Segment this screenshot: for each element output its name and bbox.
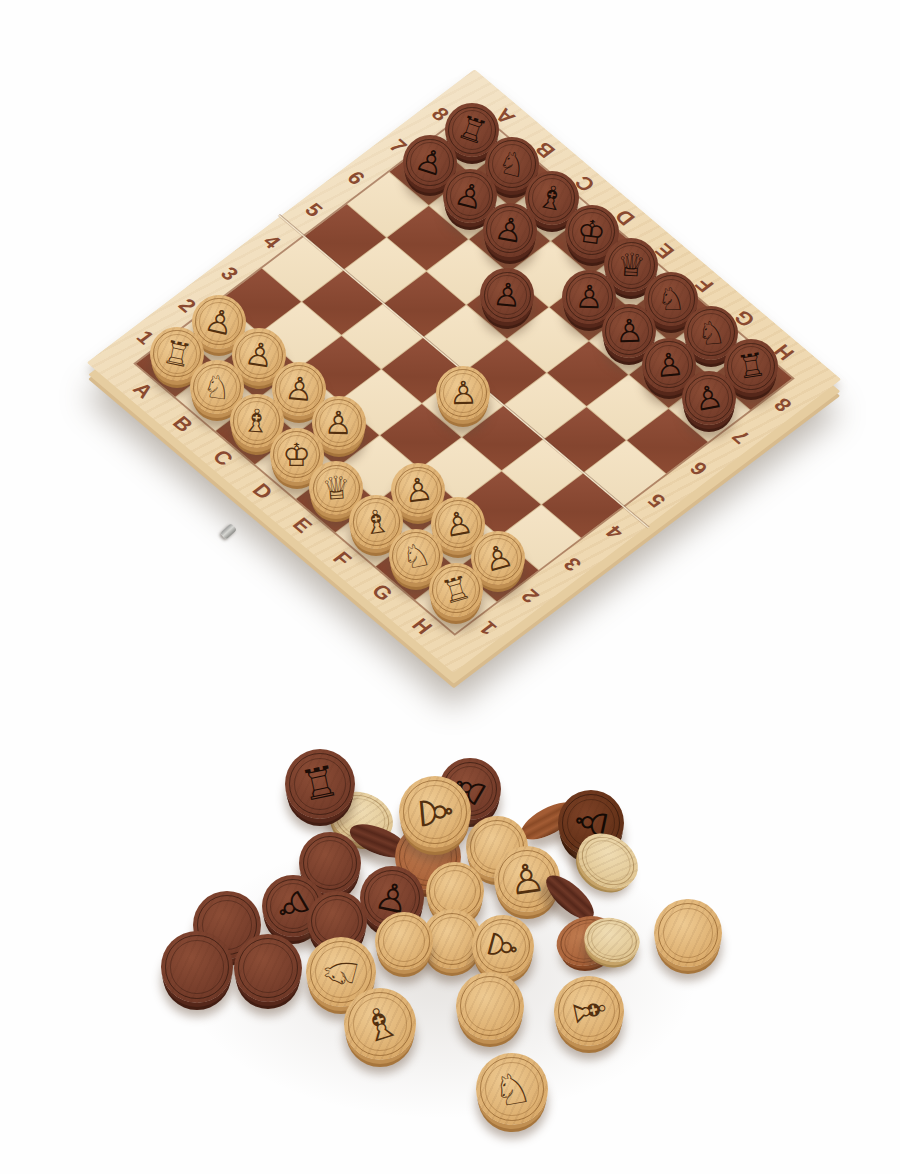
engraving-piece-wK-d1: ♔ — [282, 439, 311, 471]
engraving-piece-bN-g8: ♘ — [695, 315, 726, 349]
pile-disc-n-30: ♘ — [476, 1053, 548, 1125]
piece-wR-h1: ♖ — [429, 563, 483, 617]
engraving-piece-bP-a7: ♙ — [411, 143, 448, 182]
pile-disc-b-28: ♗ — [344, 988, 416, 1060]
engraving-piece-bQ-e8: ♕ — [616, 249, 646, 282]
piece-bP-c7: ♙ — [483, 203, 537, 257]
rank-label-right-4: 4 — [602, 522, 628, 542]
rank-label-right-8: 8 — [770, 394, 796, 414]
engraving-piece-wB-c1: ♗ — [241, 404, 272, 438]
engraving-piece-wR-h1: ♖ — [438, 570, 474, 609]
engraving-piece-bP-f7: ♙ — [614, 314, 644, 347]
pile-disc-blank-24 — [161, 931, 233, 1003]
product-photo-chess-set: 1122334455667788AABBCCDDEEFFGGHH ♖♘♗♔♕♗♘… — [0, 0, 900, 1174]
file-label-bottom-E: E — [289, 514, 316, 536]
engraving-piece-bR-a8: ♖ — [453, 111, 491, 151]
rank-label-right-3: 3 — [559, 554, 585, 574]
rank-label-right-7: 7 — [728, 426, 754, 446]
rank-label-left-5: 5 — [301, 200, 327, 220]
rank-label-right-5: 5 — [644, 490, 670, 510]
file-label-bottom-A: A — [129, 379, 157, 401]
rank-label-right-2: 2 — [517, 586, 543, 606]
engraving-piece-wP-d2: ♙ — [324, 407, 353, 439]
engraving-pile-disc-b-29: ♗ — [565, 988, 614, 1034]
engraving-piece-bR-h8: ♖ — [734, 348, 767, 384]
file-label-bottom-D: D — [249, 480, 277, 502]
file-label-bottom-H: H — [408, 615, 436, 637]
engraving-piece-wP-e4: ♙ — [448, 377, 477, 409]
engraving-piece-bP-h7: ♙ — [692, 380, 726, 416]
engraving-piece-bB-c8: ♗ — [535, 179, 569, 216]
file-label-bottom-G: G — [368, 581, 397, 604]
engraving-piece-bK-d8: ♔ — [575, 214, 607, 249]
pile-disc-blank-25 — [234, 934, 302, 1002]
engraving-pile-disc-p-12: ♙ — [506, 857, 547, 902]
engraving-piece-wP-h2: ♙ — [480, 539, 516, 577]
piece-wP-e4: ♙ — [436, 366, 490, 420]
engraving-pile-disc-p-22: ♙ — [481, 925, 525, 967]
engraving-piece-wP-b2: ♙ — [242, 337, 275, 373]
engraving-piece-wQ-e1: ♕ — [321, 471, 352, 505]
engraving-piece-wP-f2: ♙ — [402, 473, 434, 508]
rank-label-left-3: 3 — [217, 264, 243, 284]
engraving-piece-bP-b7: ♙ — [452, 177, 488, 215]
engraving-piece-wN-b1: ♘ — [200, 369, 233, 405]
file-label-bottom-B: B — [169, 413, 197, 435]
piece-bP-h7: ♙ — [682, 371, 736, 425]
rank-label-left-4: 4 — [259, 232, 285, 252]
engraving-piece-bN-b8: ♘ — [494, 145, 530, 183]
engraving-piece-wP-c2: ♙ — [283, 372, 314, 406]
engraving-piece-wP-g2: ♙ — [441, 506, 475, 543]
engraving-piece-bP-c7: ♙ — [493, 211, 527, 247]
pile-disc-r-2: ♖ — [285, 749, 355, 819]
engraving-piece-wP-a2: ♙ — [202, 303, 237, 341]
engraving-pile-disc-b-28: ♗ — [355, 998, 405, 1051]
rank-label-left-6: 6 — [343, 168, 369, 188]
engraving-piece-wB-f1: ♗ — [360, 504, 393, 540]
pile-disc-p-10: ♙ — [399, 776, 471, 848]
engraving-piece-wN-g1: ♘ — [399, 537, 434, 574]
rank-label-right-1: 1 — [475, 618, 501, 638]
engraving-piece-bN-f8: ♘ — [657, 283, 686, 315]
engraving-pile-disc-p-10: ♙ — [412, 791, 458, 833]
pile-disc-blank-27 — [456, 972, 524, 1040]
engraving-pile-disc-n-26: ♘ — [316, 948, 366, 995]
engraving-piece-wR-a1: ♖ — [160, 335, 195, 372]
pile-disc-blank-21 — [375, 912, 433, 970]
engraving-piece-bP-e7: ♙ — [574, 281, 604, 314]
pile-disc-b-29: ♗ — [554, 976, 624, 1046]
pile-disc-p-22: ♙ — [472, 915, 534, 977]
rank-label-right-6: 6 — [686, 458, 712, 478]
hinge-pin — [220, 523, 237, 540]
engraving-piece-bP-d6: ♙ — [492, 278, 523, 312]
engraving-piece-bP-g7: ♙ — [653, 347, 685, 382]
file-label-bottom-C: C — [209, 446, 237, 468]
file-label-bottom-F: F — [329, 548, 355, 569]
engraving-pile-disc-n-30: ♘ — [489, 1064, 534, 1113]
engraving-pile-disc-r-2: ♖ — [297, 760, 343, 809]
pile-disc-blank-23 — [654, 899, 722, 967]
